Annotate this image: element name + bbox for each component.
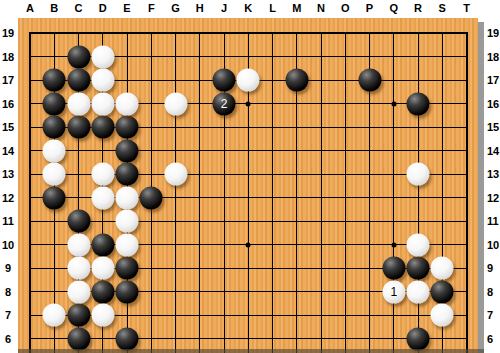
- stone-white: [116, 92, 139, 115]
- column-label-M: M: [292, 1, 301, 16]
- stone-black: [67, 45, 90, 68]
- stone-white: [43, 304, 66, 327]
- stone-black: [407, 327, 430, 350]
- stone-white: [43, 163, 66, 186]
- move-number-label: 2: [221, 98, 228, 110]
- column-label-R: R: [414, 1, 422, 16]
- stone-white: [91, 186, 114, 209]
- stone-black: [67, 116, 90, 139]
- row-label-right-16: 16: [487, 98, 500, 110]
- stone-black: [358, 69, 381, 92]
- grid-line-v: [175, 33, 176, 353]
- star-point: [246, 101, 251, 106]
- row-label-left-17: 17: [0, 74, 16, 86]
- row-label-left-9: 9: [0, 262, 16, 274]
- column-label-S: S: [439, 1, 446, 16]
- stone-white: [91, 257, 114, 280]
- grid-line-h: [29, 338, 468, 339]
- stone-black: [116, 116, 139, 139]
- column-label-F: F: [148, 1, 155, 16]
- row-label-right-14: 14: [487, 145, 500, 157]
- stone-black: [67, 210, 90, 233]
- grid-line-h: [29, 221, 468, 222]
- row-label-right-18: 18: [487, 51, 500, 63]
- column-label-C: C: [75, 1, 83, 16]
- stone-black: [116, 163, 139, 186]
- grid-line-v: [29, 33, 31, 353]
- stone-white: 1: [382, 280, 405, 303]
- grid-line-h: [29, 150, 468, 151]
- star-point: [391, 101, 396, 106]
- column-label-K: K: [244, 1, 252, 16]
- grid-line-h: [29, 32, 468, 34]
- row-label-right-15: 15: [487, 121, 500, 133]
- grid-line-v: [199, 33, 200, 353]
- row-label-left-10: 10: [0, 239, 16, 251]
- star-point: [246, 242, 251, 247]
- stone-black: [407, 92, 430, 115]
- stone-white: [67, 233, 90, 256]
- go-board-app: 21 ABCDEFGHJKLMNOPQRST 19181716151413121…: [0, 0, 500, 353]
- column-label-A: A: [26, 1, 34, 16]
- stone-white: [407, 163, 430, 186]
- stone-white: [91, 45, 114, 68]
- column-label-P: P: [366, 1, 373, 16]
- stone-white: [407, 280, 430, 303]
- stone-white: [67, 257, 90, 280]
- stone-black: [140, 186, 163, 209]
- column-label-N: N: [317, 1, 325, 16]
- row-label-right-12: 12: [487, 192, 500, 204]
- stone-black: [91, 233, 114, 256]
- grid-line-v: [345, 33, 346, 353]
- stone-black: [213, 69, 236, 92]
- row-label-right-11: 11: [487, 215, 500, 227]
- row-label-left-11: 11: [0, 215, 16, 227]
- star-point: [391, 242, 396, 247]
- stone-black: [91, 116, 114, 139]
- stone-white: [43, 139, 66, 162]
- grid-line-v: [418, 33, 419, 353]
- row-label-left-12: 12: [0, 192, 16, 204]
- row-label-left-19: 19: [0, 27, 16, 39]
- row-label-left-6: 6: [0, 333, 16, 345]
- row-label-right-10: 10: [487, 239, 500, 251]
- grid-line-v: [272, 33, 273, 353]
- row-label-right-6: 6: [487, 333, 500, 345]
- column-label-H: H: [196, 1, 204, 16]
- row-label-right-13: 13: [487, 168, 500, 180]
- column-label-Q: Q: [389, 1, 398, 16]
- column-label-O: O: [341, 1, 350, 16]
- row-label-right-9: 9: [487, 262, 500, 274]
- go-board[interactable]: 21: [18, 18, 478, 353]
- stone-black: [285, 69, 308, 92]
- row-label-left-15: 15: [0, 121, 16, 133]
- column-label-J: J: [221, 1, 227, 16]
- row-label-left-8: 8: [0, 286, 16, 298]
- column-label-T: T: [463, 1, 470, 16]
- stone-white: [116, 186, 139, 209]
- grid-line-v: [466, 33, 468, 353]
- stone-black: [43, 92, 66, 115]
- row-label-right-8: 8: [487, 286, 500, 298]
- stone-white: [164, 92, 187, 115]
- stone-black: [116, 327, 139, 350]
- stone-black: [91, 280, 114, 303]
- stone-black: [43, 186, 66, 209]
- stone-white: [91, 304, 114, 327]
- board-edge-shadow-right: [478, 22, 484, 353]
- stone-black: [67, 69, 90, 92]
- stone-white: [116, 233, 139, 256]
- column-label-E: E: [123, 1, 130, 16]
- move-number-label: 1: [390, 286, 397, 298]
- column-label-G: G: [171, 1, 180, 16]
- stone-white: [407, 233, 430, 256]
- row-label-left-7: 7: [0, 309, 16, 321]
- stone-black: [43, 116, 66, 139]
- stone-black: [43, 69, 66, 92]
- column-label-B: B: [50, 1, 58, 16]
- grid-line-v: [321, 33, 322, 353]
- row-label-left-16: 16: [0, 98, 16, 110]
- stone-white: [91, 69, 114, 92]
- stone-white: [67, 280, 90, 303]
- stone-white: [91, 92, 114, 115]
- column-label-L: L: [269, 1, 276, 16]
- stone-black: [431, 280, 454, 303]
- grid-line-v: [393, 33, 394, 353]
- stone-black: [116, 139, 139, 162]
- stone-black: [67, 304, 90, 327]
- row-label-right-19: 19: [487, 27, 500, 39]
- stone-black: [382, 257, 405, 280]
- stone-white: [91, 163, 114, 186]
- column-label-D: D: [99, 1, 107, 16]
- stone-white: [431, 304, 454, 327]
- stone-black: 2: [213, 92, 236, 115]
- row-label-left-13: 13: [0, 168, 16, 180]
- row-label-left-18: 18: [0, 51, 16, 63]
- row-label-right-7: 7: [487, 309, 500, 321]
- stone-white: [237, 69, 260, 92]
- stone-black: [116, 280, 139, 303]
- stone-black: [407, 257, 430, 280]
- stone-white: [431, 257, 454, 280]
- board-edge-shadow-bottom: [18, 349, 484, 353]
- stone-white: [116, 210, 139, 233]
- stone-black: [116, 257, 139, 280]
- stone-black: [67, 327, 90, 350]
- stone-white: [164, 163, 187, 186]
- row-label-left-14: 14: [0, 145, 16, 157]
- stone-white: [67, 92, 90, 115]
- row-label-right-17: 17: [487, 74, 500, 86]
